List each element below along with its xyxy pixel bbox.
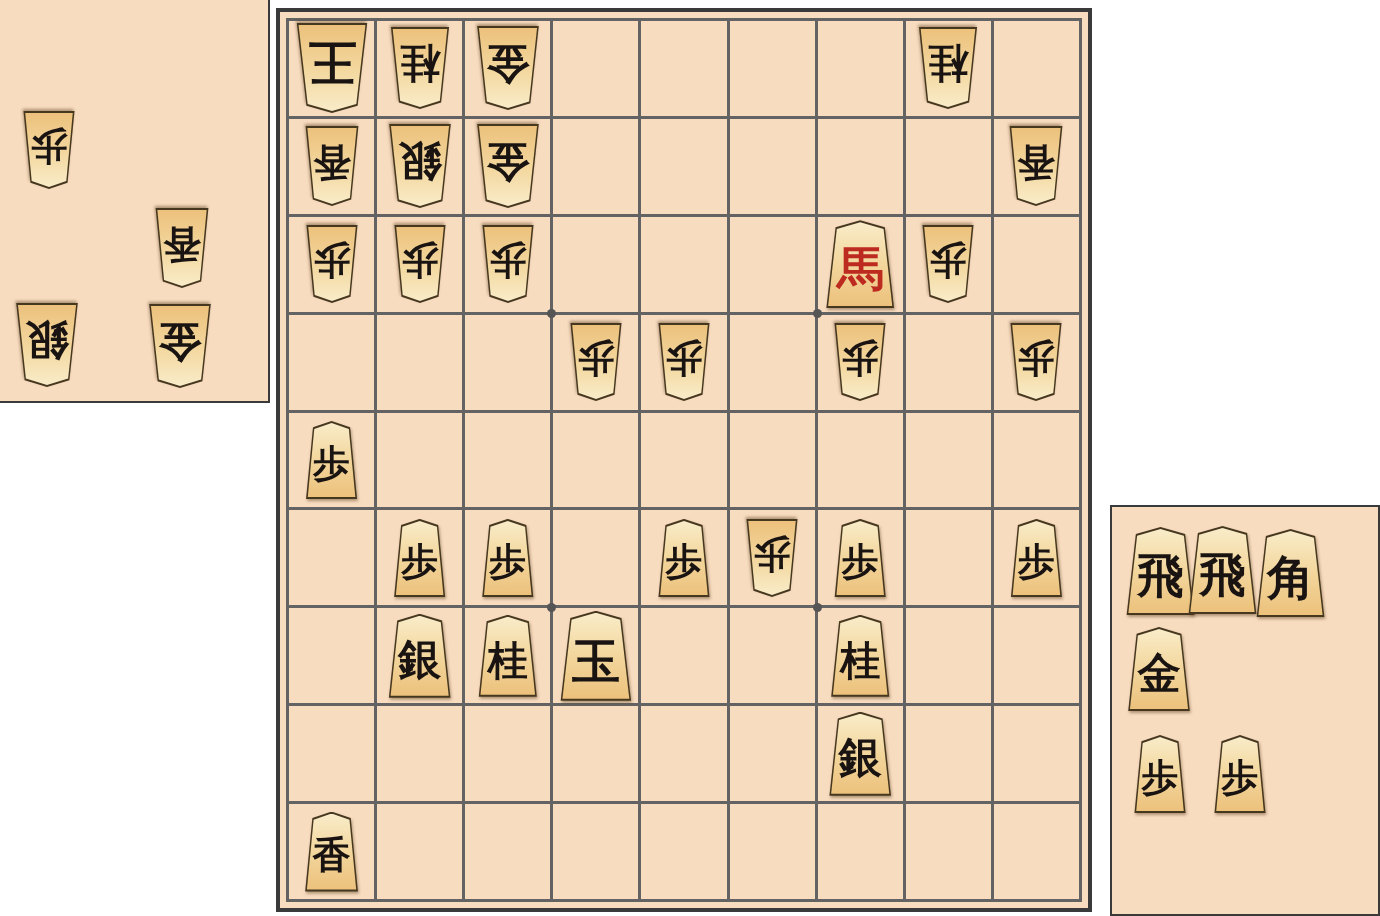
sente-pawn[interactable]: 歩	[1007, 519, 1065, 597]
piece-kanji: 金	[486, 43, 529, 94]
square-4c[interactable]	[730, 217, 815, 312]
piece-kanji: 銀	[839, 728, 882, 779]
sente-pawn[interactable]: 歩	[479, 519, 537, 597]
square-5g[interactable]	[641, 608, 726, 703]
square-9b[interactable]: 香	[289, 119, 374, 214]
piece-kanji: 歩	[489, 242, 526, 286]
square-1c[interactable]	[994, 217, 1079, 312]
gote-king[interactable]: 王	[292, 23, 372, 113]
square-9d[interactable]	[289, 315, 374, 410]
piece-kanji: 香	[1017, 144, 1055, 189]
square-1e[interactable]	[994, 413, 1079, 508]
square-1h[interactable]	[994, 706, 1079, 801]
gote-pawn[interactable]: 歩	[655, 323, 713, 401]
gote-gold[interactable]: 金	[473, 124, 543, 208]
square-7b[interactable]: 金	[465, 119, 550, 214]
square-1g[interactable]	[994, 608, 1079, 703]
square-3d[interactable]: 歩	[818, 315, 903, 410]
square-7d[interactable]	[465, 315, 550, 410]
square-5b[interactable]	[641, 119, 726, 214]
piece-kanji: 香	[313, 144, 351, 189]
board-grid: 王桂金桂香銀金香歩歩歩馬歩歩歩歩歩歩歩歩歩歩歩歩銀桂玉桂銀香	[286, 18, 1082, 902]
square-8g[interactable]: 銀	[377, 608, 462, 703]
square-6d[interactable]: 歩	[553, 315, 638, 410]
piece-kanji: 歩	[31, 128, 68, 172]
square-3c[interactable]: 馬	[818, 217, 903, 312]
square-1i[interactable]	[994, 804, 1079, 899]
square-5a[interactable]	[641, 21, 726, 116]
square-3e[interactable]	[818, 413, 903, 508]
gote-silver[interactable]: 銀	[385, 124, 455, 208]
sente-lance[interactable]: 香	[302, 812, 362, 892]
gote-lance[interactable]: 香	[1006, 126, 1066, 206]
square-1b[interactable]: 香	[994, 119, 1079, 214]
piece-kanji: 歩	[665, 536, 702, 580]
square-9a[interactable]: 王	[289, 21, 374, 116]
square-6h[interactable]	[553, 706, 638, 801]
square-8i[interactable]	[377, 804, 462, 899]
gote-pawn[interactable]: 歩	[831, 323, 889, 401]
square-2c[interactable]: 歩	[906, 217, 991, 312]
sente-king[interactable]: 玉	[556, 611, 636, 701]
square-3i[interactable]	[818, 804, 903, 899]
square-7i[interactable]	[465, 804, 550, 899]
gote-pawn[interactable]: 歩	[479, 225, 537, 303]
square-6a[interactable]	[553, 21, 638, 116]
hoshi-dot	[547, 603, 556, 612]
square-2f[interactable]	[906, 510, 991, 605]
square-4h[interactable]	[730, 706, 815, 801]
sente-knight[interactable]: 桂	[827, 615, 893, 697]
square-9i[interactable]: 香	[289, 804, 374, 899]
square-2i[interactable]	[906, 804, 991, 899]
square-8d[interactable]	[377, 315, 462, 410]
square-7a[interactable]: 金	[465, 21, 550, 116]
sente-promoted-bishop[interactable]: 馬	[822, 220, 899, 308]
square-9c[interactable]: 歩	[289, 217, 374, 312]
sente-captured-tray: 飛飛角金歩歩	[1110, 505, 1380, 916]
square-6f[interactable]	[553, 510, 638, 605]
gote-pawn[interactable]: 歩	[303, 225, 361, 303]
gote-lance[interactable]: 香	[152, 208, 212, 288]
hoshi-dot	[813, 309, 822, 318]
piece-kanji: 歩	[754, 536, 791, 580]
square-3f[interactable]: 歩	[818, 510, 903, 605]
piece-kanji: 桂	[928, 44, 968, 92]
square-9g[interactable]	[289, 608, 374, 703]
piece-kanji: 歩	[1142, 752, 1179, 796]
square-9h[interactable]	[289, 706, 374, 801]
gote-captured-tray: 歩香銀金	[0, 0, 270, 403]
sente-pawn[interactable]: 歩	[1211, 735, 1269, 813]
square-1f[interactable]: 歩	[994, 510, 1079, 605]
square-7e[interactable]	[465, 413, 550, 508]
square-2b[interactable]	[906, 119, 991, 214]
piece-kanji: 玉	[572, 627, 620, 685]
sente-pawn[interactable]: 歩	[831, 519, 889, 597]
gote-pawn[interactable]: 歩	[567, 323, 625, 401]
square-2a[interactable]: 桂	[906, 21, 991, 116]
square-4a[interactable]	[730, 21, 815, 116]
gote-gold[interactable]: 金	[145, 304, 215, 388]
piece-kanji: 歩	[313, 438, 350, 482]
square-2g[interactable]	[906, 608, 991, 703]
square-8f[interactable]: 歩	[377, 510, 462, 605]
square-4d[interactable]	[730, 315, 815, 410]
piece-kanji: 馬	[837, 236, 884, 292]
square-6e[interactable]	[553, 413, 638, 508]
square-8b[interactable]: 銀	[377, 119, 462, 214]
piece-kanji: 歩	[842, 340, 879, 384]
square-8h[interactable]	[377, 706, 462, 801]
sente-knight[interactable]: 桂	[475, 615, 541, 697]
square-3a[interactable]	[818, 21, 903, 116]
square-6c[interactable]	[553, 217, 638, 312]
shogi-board: 王桂金桂香銀金香歩歩歩馬歩歩歩歩歩歩歩歩歩歩歩歩銀桂玉桂銀香	[276, 8, 1092, 912]
square-6b[interactable]	[553, 119, 638, 214]
piece-kanji: 歩	[842, 536, 879, 580]
gote-silver[interactable]: 銀	[12, 303, 82, 387]
square-5d[interactable]: 歩	[641, 315, 726, 410]
square-5f[interactable]: 歩	[641, 510, 726, 605]
gote-pawn[interactable]: 歩	[919, 225, 977, 303]
piece-kanji: 金	[486, 141, 529, 192]
square-2d[interactable]	[906, 315, 991, 410]
piece-kanji: 桂	[840, 632, 880, 680]
piece-kanji: 歩	[489, 536, 526, 580]
piece-kanji: 王	[308, 40, 356, 98]
square-3b[interactable]	[818, 119, 903, 214]
gote-pawn[interactable]: 歩	[743, 519, 801, 597]
sente-pawn[interactable]: 歩	[303, 421, 361, 499]
square-1d[interactable]: 歩	[994, 315, 1079, 410]
piece-kanji: 歩	[1018, 536, 1055, 580]
gote-knight[interactable]: 桂	[387, 27, 453, 109]
gote-lance[interactable]: 香	[302, 126, 362, 206]
gote-pawn[interactable]: 歩	[20, 111, 78, 189]
square-5h[interactable]	[641, 706, 726, 801]
square-4i[interactable]	[730, 804, 815, 899]
hoshi-dot	[547, 309, 556, 318]
piece-kanji: 銀	[398, 141, 441, 192]
piece-kanji: 歩	[401, 536, 438, 580]
square-5c[interactable]	[641, 217, 726, 312]
piece-kanji: 金	[159, 320, 202, 371]
gote-pawn[interactable]: 歩	[391, 225, 449, 303]
piece-kanji: 歩	[1018, 340, 1055, 384]
square-2e[interactable]	[906, 413, 991, 508]
sente-pawn[interactable]: 歩	[1131, 735, 1189, 813]
piece-kanji: 香	[163, 225, 201, 270]
square-1a[interactable]	[994, 21, 1079, 116]
gote-gold[interactable]: 金	[473, 26, 543, 110]
piece-kanji: 銀	[398, 630, 441, 681]
square-7f[interactable]: 歩	[465, 510, 550, 605]
piece-kanji: 歩	[665, 340, 702, 384]
piece-kanji: 銀	[26, 319, 69, 370]
square-8e[interactable]	[377, 413, 462, 508]
square-7c[interactable]: 歩	[465, 217, 550, 312]
square-2h[interactable]	[906, 706, 991, 801]
square-5e[interactable]	[641, 413, 726, 508]
square-8c[interactable]: 歩	[377, 217, 462, 312]
sente-bishop[interactable]: 角	[1252, 529, 1329, 617]
gote-knight[interactable]: 桂	[915, 27, 981, 109]
piece-kanji: 桂	[488, 632, 528, 680]
piece-kanji: 香	[313, 829, 351, 874]
square-3g[interactable]: 桂	[818, 608, 903, 703]
square-9e[interactable]: 歩	[289, 413, 374, 508]
piece-kanji: 歩	[313, 242, 350, 286]
piece-kanji: 歩	[1222, 752, 1259, 796]
square-4g[interactable]	[730, 608, 815, 703]
square-4b[interactable]	[730, 119, 815, 214]
square-3h[interactable]: 銀	[818, 706, 903, 801]
sente-silver[interactable]: 銀	[825, 712, 895, 796]
hoshi-dot	[813, 603, 822, 612]
square-9f[interactable]	[289, 510, 374, 605]
piece-kanji: 歩	[401, 242, 438, 286]
sente-pawn[interactable]: 歩	[655, 519, 713, 597]
square-7g[interactable]: 桂	[465, 608, 550, 703]
piece-kanji: 歩	[577, 340, 614, 384]
sente-pawn[interactable]: 歩	[391, 519, 449, 597]
square-7h[interactable]	[465, 706, 550, 801]
sente-gold[interactable]: 金	[1124, 627, 1194, 711]
square-6g[interactable]: 玉	[553, 608, 638, 703]
sente-rook[interactable]: 飛	[1184, 526, 1261, 614]
gote-pawn[interactable]: 歩	[1007, 323, 1065, 401]
piece-kanji: 歩	[930, 242, 967, 286]
square-4f[interactable]: 歩	[730, 510, 815, 605]
piece-kanji: 桂	[400, 44, 440, 92]
piece-kanji: 飛	[1199, 542, 1246, 598]
square-5i[interactable]	[641, 804, 726, 899]
sente-silver[interactable]: 銀	[385, 614, 455, 698]
piece-kanji: 角	[1267, 545, 1314, 601]
piece-kanji: 金	[1138, 643, 1181, 694]
square-6i[interactable]	[553, 804, 638, 899]
piece-kanji: 飛	[1137, 543, 1184, 599]
square-8a[interactable]: 桂	[377, 21, 462, 116]
square-4e[interactable]	[730, 413, 815, 508]
